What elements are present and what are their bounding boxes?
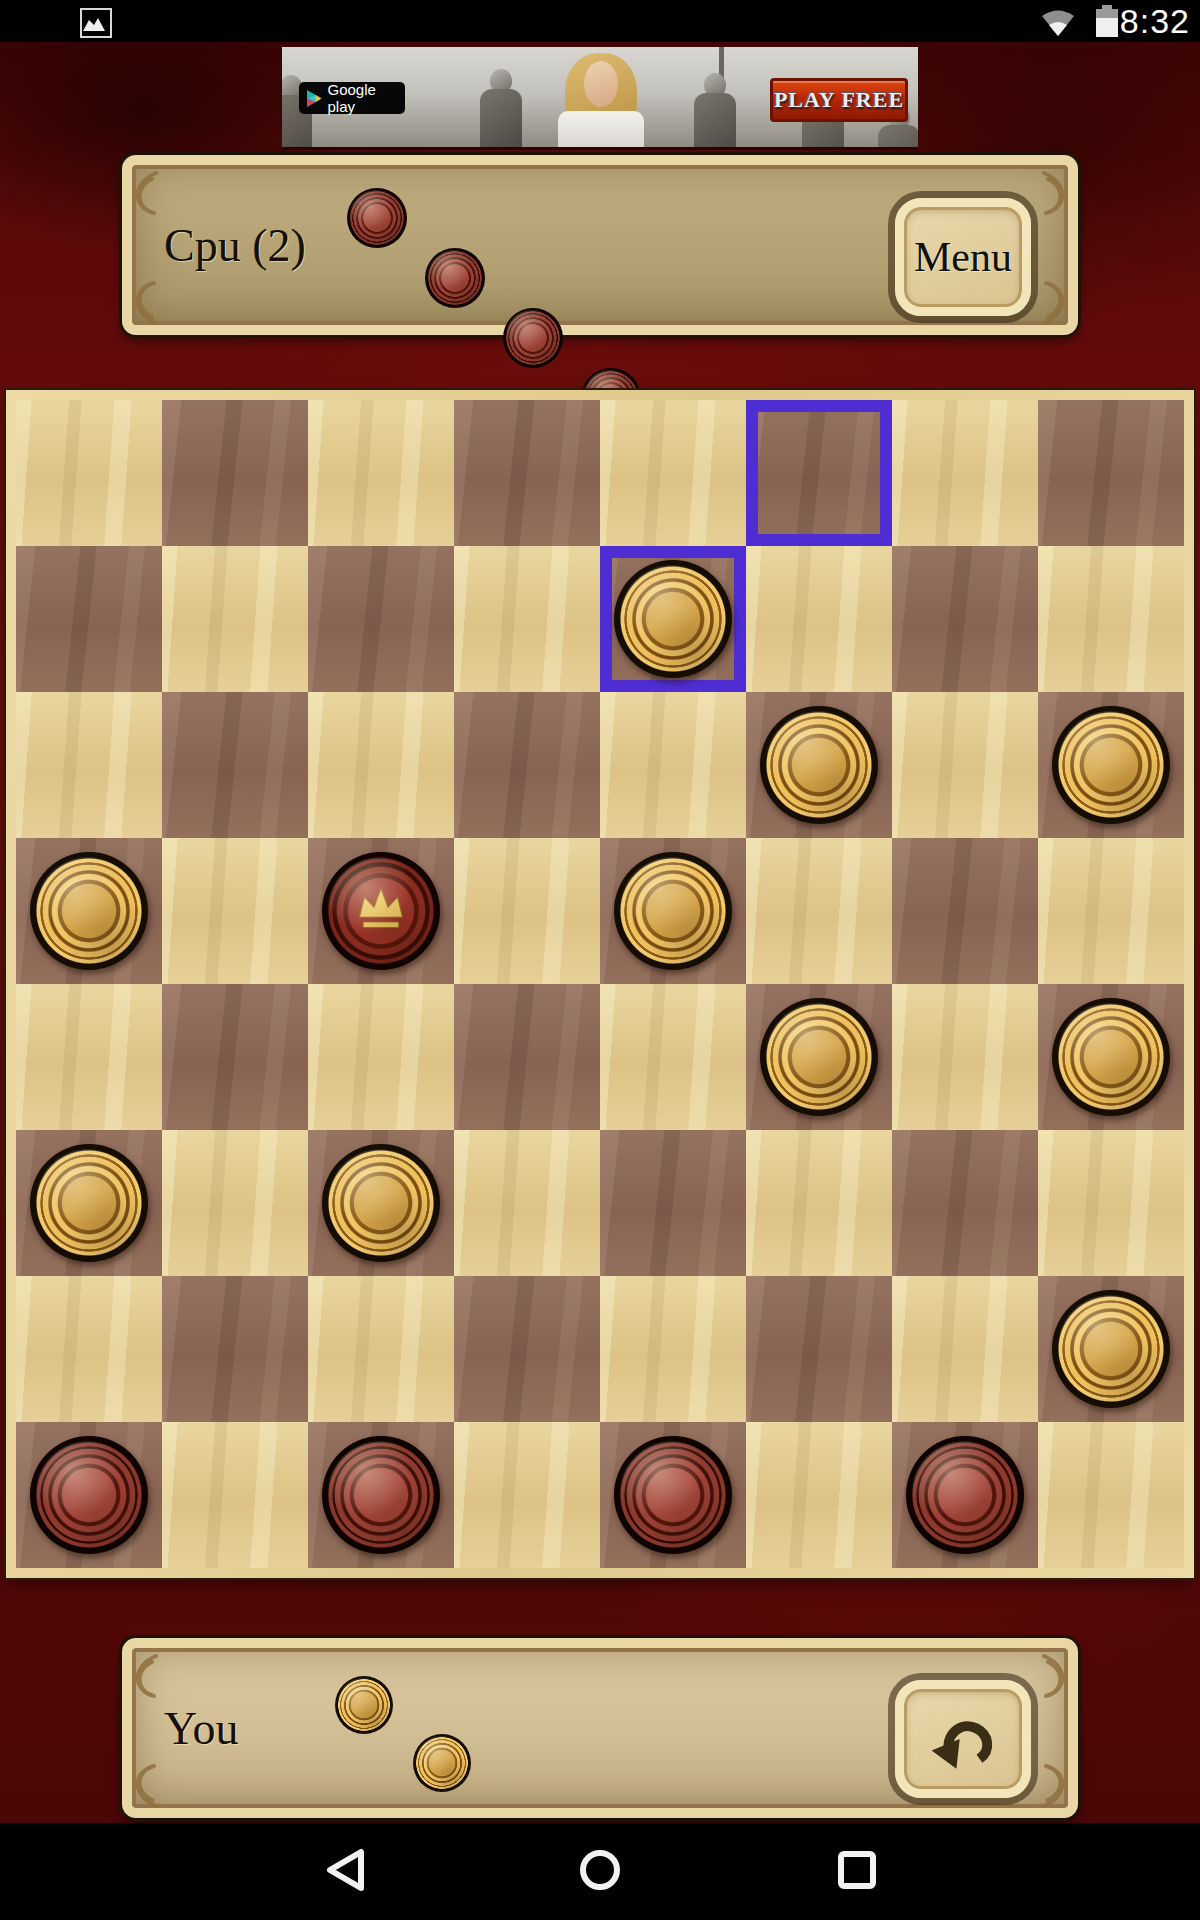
square-r0c7[interactable] bbox=[1038, 400, 1184, 546]
captured-gold-piece bbox=[413, 1734, 471, 1792]
square-r6c3[interactable] bbox=[454, 1276, 600, 1422]
square-r2c5[interactable] bbox=[746, 692, 892, 838]
captured-red-piece bbox=[425, 248, 485, 308]
screenshot-icon bbox=[80, 8, 112, 38]
square-r7c1[interactable] bbox=[162, 1422, 308, 1568]
ornament-icon bbox=[1038, 1652, 1072, 1810]
ornament-icon bbox=[1038, 169, 1072, 327]
square-r1c3[interactable] bbox=[454, 546, 600, 692]
red-piece[interactable] bbox=[906, 1436, 1024, 1554]
battery-icon bbox=[1096, 5, 1118, 37]
square-r7c4[interactable] bbox=[600, 1422, 746, 1568]
status-time: 8:32 bbox=[1120, 2, 1190, 41]
square-r7c6[interactable] bbox=[892, 1422, 1038, 1568]
google-play-badge[interactable]: Google play bbox=[299, 82, 405, 114]
back-button[interactable] bbox=[325, 1848, 365, 1896]
square-r5c5[interactable] bbox=[746, 1130, 892, 1276]
square-r5c1[interactable] bbox=[162, 1130, 308, 1276]
board-frame bbox=[6, 390, 1194, 1578]
square-r0c3[interactable] bbox=[454, 400, 600, 546]
square-r2c6[interactable] bbox=[892, 692, 1038, 838]
gold-piece[interactable] bbox=[1052, 998, 1170, 1116]
captured-gold-piece bbox=[335, 1676, 393, 1734]
square-r4c2[interactable] bbox=[308, 984, 454, 1130]
square-r3c4[interactable] bbox=[600, 838, 746, 984]
square-r6c2[interactable] bbox=[308, 1276, 454, 1422]
square-r7c0[interactable] bbox=[16, 1422, 162, 1568]
gold-piece[interactable] bbox=[614, 560, 732, 678]
square-r3c2[interactable] bbox=[308, 838, 454, 984]
square-r4c4[interactable] bbox=[600, 984, 746, 1130]
wifi-icon bbox=[1040, 7, 1076, 41]
red-piece[interactable] bbox=[614, 1436, 732, 1554]
checkers-board bbox=[16, 400, 1184, 1568]
square-r5c4[interactable] bbox=[600, 1130, 746, 1276]
square-r7c7[interactable] bbox=[1038, 1422, 1184, 1568]
you-panel: You bbox=[122, 1638, 1078, 1818]
square-r1c7[interactable] bbox=[1038, 546, 1184, 692]
square-r7c2[interactable] bbox=[308, 1422, 454, 1568]
gold-piece[interactable] bbox=[30, 1144, 148, 1262]
gold-piece[interactable] bbox=[614, 852, 732, 970]
android-nav-bar bbox=[0, 1823, 1200, 1920]
square-r6c6[interactable] bbox=[892, 1276, 1038, 1422]
square-r7c3[interactable] bbox=[454, 1422, 600, 1568]
recents-button[interactable] bbox=[837, 1850, 877, 1894]
square-r4c0[interactable] bbox=[16, 984, 162, 1130]
undo-arrow-icon bbox=[921, 1701, 1005, 1777]
square-r2c7[interactable] bbox=[1038, 692, 1184, 838]
square-r2c0[interactable] bbox=[16, 692, 162, 838]
square-r6c4[interactable] bbox=[600, 1276, 746, 1422]
square-r3c7[interactable] bbox=[1038, 838, 1184, 984]
you-label: You bbox=[164, 1702, 239, 1755]
square-r3c0[interactable] bbox=[16, 838, 162, 984]
ornament-icon bbox=[128, 1652, 162, 1810]
square-r0c6[interactable] bbox=[892, 400, 1038, 546]
gold-piece[interactable] bbox=[760, 706, 878, 824]
ad-banner[interactable]: Google play PLAY FREE bbox=[282, 47, 918, 150]
play-triangle-icon bbox=[307, 90, 322, 107]
captured-red-piece bbox=[503, 308, 563, 368]
red-king-piece[interactable] bbox=[322, 852, 440, 970]
square-r5c6[interactable] bbox=[892, 1130, 1038, 1276]
square-r0c5[interactable] bbox=[746, 400, 892, 546]
square-r3c5[interactable] bbox=[746, 838, 892, 984]
woman-dress bbox=[558, 111, 644, 147]
square-r7c5[interactable] bbox=[746, 1422, 892, 1568]
square-r0c0[interactable] bbox=[16, 400, 162, 546]
square-r4c1[interactable] bbox=[162, 984, 308, 1130]
undo-button[interactable] bbox=[895, 1680, 1031, 1798]
square-r2c1[interactable] bbox=[162, 692, 308, 838]
square-r0c1[interactable] bbox=[162, 400, 308, 546]
captured-red-piece bbox=[347, 188, 407, 248]
square-r1c1[interactable] bbox=[162, 546, 308, 692]
gold-piece[interactable] bbox=[1052, 1290, 1170, 1408]
square-r4c3[interactable] bbox=[454, 984, 600, 1130]
square-r1c4[interactable] bbox=[600, 546, 746, 692]
ornament-icon bbox=[128, 169, 162, 327]
square-r5c3[interactable] bbox=[454, 1130, 600, 1276]
square-r0c4[interactable] bbox=[600, 400, 746, 546]
square-r2c3[interactable] bbox=[454, 692, 600, 838]
status-bar: 8:32 bbox=[0, 0, 1200, 42]
square-r6c0[interactable] bbox=[16, 1276, 162, 1422]
square-r6c7[interactable] bbox=[1038, 1276, 1184, 1422]
king-crown-icon bbox=[349, 879, 413, 943]
red-piece[interactable] bbox=[322, 1436, 440, 1554]
square-r6c5[interactable] bbox=[746, 1276, 892, 1422]
square-r4c5[interactable] bbox=[746, 984, 892, 1130]
cpu-panel: Cpu (2) Menu bbox=[122, 155, 1078, 335]
square-r4c7[interactable] bbox=[1038, 984, 1184, 1130]
square-r3c6[interactable] bbox=[892, 838, 1038, 984]
square-r0c2[interactable] bbox=[308, 400, 454, 546]
square-r1c6[interactable] bbox=[892, 546, 1038, 692]
square-r1c2[interactable] bbox=[308, 546, 454, 692]
square-r1c0[interactable] bbox=[16, 546, 162, 692]
gold-piece[interactable] bbox=[30, 852, 148, 970]
square-r6c1[interactable] bbox=[162, 1276, 308, 1422]
menu-button-label: Menu bbox=[914, 233, 1012, 281]
home-button[interactable] bbox=[578, 1848, 622, 1896]
checkers-app-screen: 8:32 Google play PLAY FREE bbox=[0, 0, 1200, 1920]
gold-piece[interactable] bbox=[1052, 706, 1170, 824]
square-r3c3[interactable] bbox=[454, 838, 600, 984]
cpu-label: Cpu (2) bbox=[164, 219, 306, 272]
square-r3c1[interactable] bbox=[162, 838, 308, 984]
google-play-label: Google play bbox=[328, 81, 405, 115]
square-r2c2[interactable] bbox=[308, 692, 454, 838]
play-free-label: PLAY FREE bbox=[774, 87, 904, 113]
square-r5c7[interactable] bbox=[1038, 1130, 1184, 1276]
play-free-button[interactable]: PLAY FREE bbox=[770, 78, 908, 122]
square-r2c4[interactable] bbox=[600, 692, 746, 838]
woman-face bbox=[584, 61, 618, 107]
gold-piece[interactable] bbox=[322, 1144, 440, 1262]
square-r1c5[interactable] bbox=[746, 546, 892, 692]
gold-piece[interactable] bbox=[760, 998, 878, 1116]
square-r5c2[interactable] bbox=[308, 1130, 454, 1276]
menu-button[interactable]: Menu bbox=[895, 198, 1031, 316]
red-piece[interactable] bbox=[30, 1436, 148, 1554]
square-r5c0[interactable] bbox=[16, 1130, 162, 1276]
square-r4c6[interactable] bbox=[892, 984, 1038, 1130]
